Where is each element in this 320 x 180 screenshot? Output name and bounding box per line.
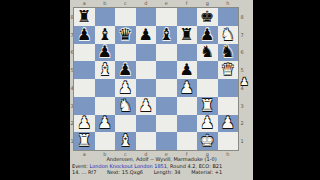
black-knight: ♞ <box>221 44 235 60</box>
white-pawn: ♟ <box>118 80 132 96</box>
square-g8[interactable]: ♚ <box>197 8 218 26</box>
rank-label-3: 3 <box>239 97 245 115</box>
square-a3[interactable] <box>74 97 95 115</box>
file-label-d: d <box>136 0 157 7</box>
caption-next-move: Next: 15.Qxg6 <box>107 169 143 175</box>
square-e8[interactable] <box>156 8 177 26</box>
letterbox-right <box>253 0 320 180</box>
black-knight: ♞ <box>200 44 214 60</box>
file-label-c: c <box>115 0 136 7</box>
black-king: ♚ <box>200 9 214 25</box>
black-pawn: ♟ <box>118 62 132 78</box>
square-e2[interactable] <box>156 115 177 133</box>
square-d3[interactable]: ♟ <box>136 97 157 115</box>
black-pawn: ♟ <box>180 62 194 78</box>
square-g4[interactable] <box>197 79 218 97</box>
square-f7[interactable]: ♜ <box>177 26 198 44</box>
square-a4[interactable] <box>74 79 95 97</box>
square-g5[interactable] <box>197 61 218 79</box>
square-f1[interactable] <box>177 132 198 150</box>
white-pawn: ♟ <box>221 115 235 131</box>
square-b6[interactable]: ♟ <box>95 44 116 62</box>
square-d5[interactable] <box>136 61 157 79</box>
square-d2[interactable] <box>136 115 157 133</box>
square-g7[interactable]: ♟ <box>197 26 218 44</box>
white-pawn: ♟ <box>139 98 153 114</box>
black-queen: ♛ <box>118 27 132 43</box>
square-d8[interactable] <box>136 8 157 26</box>
rank-label-6: 6 <box>239 44 245 62</box>
square-c2[interactable] <box>115 115 136 133</box>
caption-last-move: 14. ... Rf7 <box>72 169 96 175</box>
white-bishop: ♝ <box>118 133 132 149</box>
square-d1[interactable] <box>136 132 157 150</box>
square-c5[interactable]: ♟ <box>115 61 136 79</box>
chess-app-panel: abcdefgh 87654321 ♜♚♟♝♛♟♝♜♟♞♟♞♞♝♟♟♛♟♟♞♟♜… <box>70 0 253 180</box>
caption-event-rest: , Round 4.2, ECO: B21 <box>167 163 222 169</box>
square-g2[interactable]: ♟ <box>197 115 218 133</box>
black-pawn: ♟ <box>77 27 91 43</box>
square-b2[interactable]: ♟ <box>95 115 116 133</box>
rank-label-8: 8 <box>239 8 245 26</box>
file-label-a: a <box>74 0 95 7</box>
white-pawn: ♟ <box>98 115 112 131</box>
square-b7[interactable]: ♝ <box>95 26 116 44</box>
black-bishop: ♝ <box>98 27 112 43</box>
white-pawn: ♟ <box>77 115 91 131</box>
square-c6[interactable] <box>115 44 136 62</box>
letterbox-left <box>0 0 70 180</box>
file-labels-top: abcdefgh <box>74 0 238 7</box>
square-e1[interactable] <box>156 132 177 150</box>
square-d7[interactable]: ♟ <box>136 26 157 44</box>
black-rook: ♜ <box>180 27 194 43</box>
black-pawn: ♟ <box>139 27 153 43</box>
rank-label-7: 7 <box>239 26 245 44</box>
chess-board: ♜♚♟♝♛♟♝♜♟♞♟♞♞♝♟♟♛♟♟♞♟♜♟♟♟♟♜♝♚ <box>74 8 238 150</box>
square-e3[interactable] <box>156 97 177 115</box>
square-h4[interactable] <box>218 79 239 97</box>
file-label-g: g <box>197 0 218 7</box>
square-h2[interactable]: ♟ <box>218 115 239 133</box>
black-pawn: ♟ <box>98 44 112 60</box>
square-h1[interactable] <box>218 132 239 150</box>
square-a5[interactable] <box>74 61 95 79</box>
white-pawn: ♟ <box>200 115 214 131</box>
square-b1[interactable] <box>95 132 116 150</box>
caption-material: Material: +1 <box>191 169 222 175</box>
white-bishop: ♝ <box>98 62 112 78</box>
file-label-f: f <box>177 0 198 7</box>
white-king: ♚ <box>200 133 214 149</box>
square-a1[interactable]: ♜ <box>74 132 95 150</box>
square-c7[interactable]: ♛ <box>115 26 136 44</box>
square-g1[interactable]: ♚ <box>197 132 218 150</box>
square-a6[interactable] <box>74 44 95 62</box>
white-rook: ♜ <box>200 98 214 114</box>
square-b4[interactable] <box>95 79 116 97</box>
square-f3[interactable] <box>177 97 198 115</box>
square-f6[interactable] <box>177 44 198 62</box>
black-rook: ♜ <box>77 9 91 25</box>
square-e6[interactable] <box>156 44 177 62</box>
square-h3[interactable] <box>218 97 239 115</box>
caption-event-link[interactable]: London Knockout London 1851 <box>90 163 167 169</box>
square-c8[interactable] <box>115 8 136 26</box>
square-a8[interactable]: ♜ <box>74 8 95 26</box>
white-knight: ♞ <box>118 98 132 114</box>
square-e4[interactable] <box>156 79 177 97</box>
rank-label-2: 2 <box>239 115 245 133</box>
side-to-move-indicator-white-pawn-icon: ♟ <box>240 76 249 88</box>
square-c4[interactable]: ♟ <box>115 79 136 97</box>
game-caption: Anderssen, Adolf -- Wyvill, Marmaduke (1… <box>70 156 253 176</box>
square-e5[interactable] <box>156 61 177 79</box>
square-a7[interactable]: ♟ <box>74 26 95 44</box>
file-label-b: b <box>95 0 116 7</box>
white-knight: ♞ <box>221 27 235 43</box>
square-h8[interactable] <box>218 8 239 26</box>
white-rook: ♜ <box>77 133 91 149</box>
square-f8[interactable] <box>177 8 198 26</box>
square-b5[interactable]: ♝ <box>95 61 116 79</box>
black-bishop: ♝ <box>159 27 173 43</box>
black-pawn: ♟ <box>200 27 214 43</box>
file-label-h: h <box>218 0 239 7</box>
square-c1[interactable]: ♝ <box>115 132 136 150</box>
caption-event-label: Event: <box>72 163 88 169</box>
square-g3[interactable]: ♜ <box>197 97 218 115</box>
square-h6[interactable]: ♞ <box>218 44 239 62</box>
file-label-e: e <box>156 0 177 7</box>
rank-label-1: 1 <box>239 132 245 150</box>
square-d4[interactable] <box>136 79 157 97</box>
caption-length: Length: 34 <box>154 169 181 175</box>
square-d6[interactable] <box>136 44 157 62</box>
square-b3[interactable] <box>95 97 116 115</box>
square-f2[interactable] <box>177 115 198 133</box>
square-c3[interactable]: ♞ <box>115 97 136 115</box>
square-b8[interactable] <box>95 8 116 26</box>
square-e7[interactable]: ♝ <box>156 26 177 44</box>
caption-status: 14. ... Rf7 Next: 15.Qxg6 Length: 34 Mat… <box>70 169 253 176</box>
white-pawn: ♟ <box>180 80 194 96</box>
square-a2[interactable]: ♟ <box>74 115 95 133</box>
square-h5[interactable]: ♛ <box>218 61 239 79</box>
square-h7[interactable]: ♞ <box>218 26 239 44</box>
square-f5[interactable]: ♟ <box>177 61 198 79</box>
white-queen: ♛ <box>221 62 235 78</box>
square-g6[interactable]: ♞ <box>197 44 218 62</box>
square-f4[interactable]: ♟ <box>177 79 198 97</box>
